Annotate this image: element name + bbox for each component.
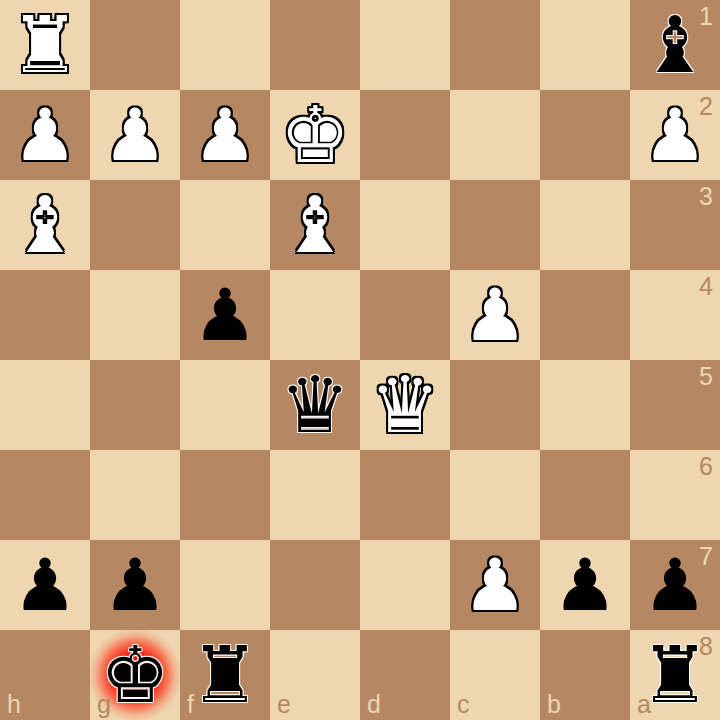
square-e3[interactable]: ♝ [270,180,360,270]
square-a6[interactable]: 6 [630,450,720,540]
square-b4[interactable] [540,270,630,360]
square-a2[interactable]: ♟2 [630,90,720,180]
square-b5[interactable] [540,360,630,450]
square-a3[interactable]: 3 [630,180,720,270]
white-pawn[interactable]: ♟ [630,90,720,180]
square-h3[interactable]: ♝ [0,180,90,270]
white-pawn[interactable]: ♟ [0,90,90,180]
file-label-d: d [367,692,381,717]
rank-label-6: 6 [699,454,713,479]
square-d1[interactable] [360,0,450,90]
square-d2[interactable] [360,90,450,180]
square-c6[interactable] [450,450,540,540]
square-c2[interactable] [450,90,540,180]
black-pawn[interactable]: ♟ [0,540,90,630]
square-d5[interactable]: ♛ [360,360,450,450]
square-f6[interactable] [180,450,270,540]
file-label-c: c [457,692,470,717]
square-e1[interactable] [270,0,360,90]
white-rook[interactable]: ♜ [0,0,90,90]
square-f2[interactable]: ♟ [180,90,270,180]
square-a7[interactable]: ♟7 [630,540,720,630]
black-pawn[interactable]: ♟ [540,540,630,630]
square-g1[interactable] [90,0,180,90]
square-c3[interactable] [450,180,540,270]
file-label-b: b [547,692,561,717]
square-c4[interactable]: ♟ [450,270,540,360]
chess-board: ♜♝1♟♟♟♚♟2♝♝3♟♟4♛♛56♟♟♟♟♟7h♚g♜fedcb♜8a [0,0,720,720]
rank-label-3: 3 [699,184,713,209]
square-f5[interactable] [180,360,270,450]
square-f7[interactable] [180,540,270,630]
square-h5[interactable] [0,360,90,450]
file-label-e: e [277,692,291,717]
white-pawn[interactable]: ♟ [90,90,180,180]
square-f4[interactable]: ♟ [180,270,270,360]
square-c5[interactable] [450,360,540,450]
black-bishop[interactable]: ♝ [630,0,720,90]
square-e6[interactable] [270,450,360,540]
square-c1[interactable] [450,0,540,90]
square-b1[interactable] [540,0,630,90]
square-e8[interactable]: e [270,630,360,720]
black-rook[interactable]: ♜ [630,630,720,720]
square-h4[interactable] [0,270,90,360]
square-g2[interactable]: ♟ [90,90,180,180]
square-b3[interactable] [540,180,630,270]
square-h2[interactable]: ♟ [0,90,90,180]
square-b6[interactable] [540,450,630,540]
square-g3[interactable] [90,180,180,270]
square-a4[interactable]: 4 [630,270,720,360]
square-g7[interactable]: ♟ [90,540,180,630]
square-g4[interactable] [90,270,180,360]
square-h8[interactable]: h [0,630,90,720]
white-queen[interactable]: ♛ [360,360,450,450]
black-pawn[interactable]: ♟ [630,540,720,630]
white-pawn[interactable]: ♟ [450,540,540,630]
file-label-h: h [7,692,21,717]
square-h7[interactable]: ♟ [0,540,90,630]
black-queen[interactable]: ♛ [270,360,360,450]
square-c7[interactable]: ♟ [450,540,540,630]
square-g5[interactable] [90,360,180,450]
square-f3[interactable] [180,180,270,270]
square-e2[interactable]: ♚ [270,90,360,180]
square-d8[interactable]: d [360,630,450,720]
rank-label-4: 4 [699,274,713,299]
square-e7[interactable] [270,540,360,630]
square-b8[interactable]: b [540,630,630,720]
square-d3[interactable] [360,180,450,270]
square-a5[interactable]: 5 [630,360,720,450]
black-rook[interactable]: ♜ [180,630,270,720]
white-king[interactable]: ♚ [270,90,360,180]
white-bishop[interactable]: ♝ [0,180,90,270]
square-e4[interactable] [270,270,360,360]
square-b2[interactable] [540,90,630,180]
square-f8[interactable]: ♜f [180,630,270,720]
square-d4[interactable] [360,270,450,360]
square-d6[interactable] [360,450,450,540]
square-c8[interactable]: c [450,630,540,720]
square-a8[interactable]: ♜8a [630,630,720,720]
black-king[interactable]: ♚ [90,630,180,720]
rank-label-5: 5 [699,364,713,389]
square-a1[interactable]: ♝1 [630,0,720,90]
black-pawn[interactable]: ♟ [90,540,180,630]
square-f1[interactable] [180,0,270,90]
black-pawn[interactable]: ♟ [180,270,270,360]
white-pawn[interactable]: ♟ [180,90,270,180]
square-h6[interactable] [0,450,90,540]
square-b7[interactable]: ♟ [540,540,630,630]
square-g6[interactable] [90,450,180,540]
square-h1[interactable]: ♜ [0,0,90,90]
square-d7[interactable] [360,540,450,630]
white-bishop[interactable]: ♝ [270,180,360,270]
square-e5[interactable]: ♛ [270,360,360,450]
white-pawn[interactable]: ♟ [450,270,540,360]
square-g8[interactable]: ♚g [90,630,180,720]
